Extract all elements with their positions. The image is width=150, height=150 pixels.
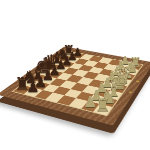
chess-set-photo: ♜♟♟♜♞♟♟♞♝♟♟♝♛♟♟♛♚♟♟♚♝♟♟♝♞♟♟♞♜♟♟♜ bbox=[0, 0, 150, 150]
board-frame bbox=[0, 46, 150, 125]
brass-hinge-icon bbox=[135, 80, 139, 82]
chess-board bbox=[0, 46, 150, 125]
scene bbox=[0, 0, 150, 150]
brass-hinge-icon bbox=[128, 91, 132, 93]
